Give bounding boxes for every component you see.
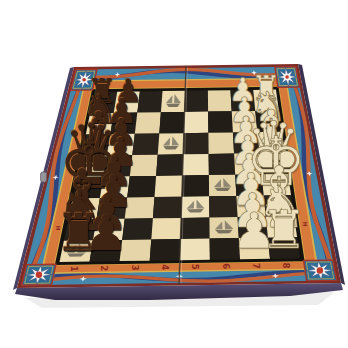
square-3-6[interactable] [151,218,181,240]
square-6-3[interactable] [234,153,262,175]
square-7-1[interactable] [255,111,282,132]
square-4-6[interactable] [181,217,210,239]
square-4-2[interactable] [183,133,208,155]
file-label-1: 1 [69,266,79,272]
square-4-1[interactable] [184,112,209,134]
square-2-6[interactable] [122,218,153,240]
square-5-3[interactable] [209,154,236,176]
file-label-3: 3 [130,265,140,271]
square-2-2[interactable] [132,134,159,156]
file-label-7: 7 [251,263,261,269]
square-2-3[interactable] [130,155,158,177]
square-4-0[interactable] [185,91,209,113]
square-6-6[interactable] [238,217,268,239]
square-0-4[interactable] [73,177,104,199]
clasp-icon [41,172,47,182]
square-7-2[interactable] [257,132,285,153]
square-0-7[interactable] [60,240,94,262]
square-7-3[interactable] [260,153,289,174]
square-0-5[interactable] [68,198,100,220]
star-center-dot [285,75,289,79]
file-label-6: 6 [221,263,231,269]
square-3-1[interactable] [159,112,184,134]
square-7-0[interactable] [253,90,279,111]
square-1-6[interactable] [93,219,125,241]
square-7-6[interactable] [266,216,297,238]
square-1-2[interactable] [107,134,135,156]
file-label-8: 8 [281,262,291,268]
square-1-3[interactable] [103,155,132,177]
square-2-4[interactable] [127,176,156,198]
square-5-5[interactable] [209,196,238,218]
square-5-0[interactable] [208,90,232,111]
square-3-7[interactable] [150,239,181,261]
square-4-7[interactable] [180,239,210,261]
star-center-dot [82,78,86,82]
file-label-5: 5 [190,264,200,270]
square-6-0[interactable] [231,90,256,111]
rank-label-left: H [55,226,61,231]
star-center-dot [317,267,323,273]
square-4-3[interactable] [183,154,209,176]
square-7-5[interactable] [264,195,294,217]
chess-set-photo: 12345678HH ♜♞♝♛♚♝♞♜♟♟♟♟♟♟♟♟♟♟♟♟♟♟♟♟♜♞♝♛♚… [0,0,348,348]
square-2-5[interactable] [125,197,155,219]
square-1-7[interactable] [90,240,123,262]
square-4-5[interactable] [181,196,209,218]
square-5-6[interactable] [209,217,238,239]
square-0-3[interactable] [77,155,107,177]
square-5-2[interactable] [208,133,234,155]
square-6-2[interactable] [233,132,260,154]
square-1-0[interactable] [114,91,140,113]
square-0-0[interactable] [90,92,117,114]
square-6-7[interactable] [239,238,270,260]
square-3-3[interactable] [156,154,183,176]
file-label-2: 2 [99,265,109,271]
square-3-5[interactable] [153,197,182,219]
square-5-4[interactable] [209,175,237,197]
square-6-1[interactable] [232,111,258,133]
chess-board: 12345678HH [0,0,348,348]
square-2-1[interactable] [135,112,161,134]
square-4-4[interactable] [182,175,209,197]
square-0-1[interactable] [86,113,114,135]
square-1-4[interactable] [100,176,130,198]
square-0-2[interactable] [81,134,110,156]
square-2-0[interactable] [137,91,162,113]
square-2-7[interactable] [120,240,152,262]
square-3-0[interactable] [161,91,185,113]
square-5-1[interactable] [208,111,233,133]
square-1-1[interactable] [110,113,137,135]
star-center-dot [36,272,42,278]
square-0-6[interactable] [64,219,97,241]
square-5-7[interactable] [210,238,240,260]
square-7-4[interactable] [262,174,291,196]
file-label-4: 4 [160,264,170,270]
square-7-7[interactable] [268,237,300,258]
square-6-4[interactable] [235,174,264,196]
rank-label-right: H [302,222,308,227]
square-3-2[interactable] [158,133,184,155]
square-6-5[interactable] [236,196,265,218]
square-3-4[interactable] [155,176,183,198]
square-1-5[interactable] [97,198,128,220]
